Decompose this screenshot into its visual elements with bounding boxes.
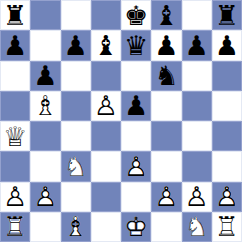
square-e2[interactable] xyxy=(121,182,151,212)
square-f5[interactable] xyxy=(151,91,181,121)
square-g5[interactable] xyxy=(182,91,212,121)
black-knight-icon: ♞ xyxy=(151,61,181,91)
square-f6[interactable]: ♞ xyxy=(151,61,181,91)
black-king-icon: ♚ xyxy=(121,0,151,30)
square-c2[interactable] xyxy=(61,182,91,212)
square-h4[interactable] xyxy=(212,121,242,151)
square-g8[interactable] xyxy=(182,0,212,30)
white-pawn-icon: ♟♙ xyxy=(182,182,212,212)
black-rook-icon: ♜ xyxy=(0,0,30,30)
square-f8[interactable]: ♝ xyxy=(151,0,181,30)
black-queen-icon: ♛ xyxy=(121,30,151,60)
white-knight-icon: ♞♘ xyxy=(182,212,212,242)
black-pawn-icon: ♟ xyxy=(0,30,30,60)
square-a5[interactable] xyxy=(0,91,30,121)
square-b5[interactable]: ♝♗ xyxy=(30,91,60,121)
white-pawn-icon: ♟♙ xyxy=(151,182,181,212)
square-f1[interactable] xyxy=(151,212,181,242)
square-h2[interactable]: ♟♙ xyxy=(212,182,242,212)
square-e6[interactable] xyxy=(121,61,151,91)
square-d2[interactable] xyxy=(91,182,121,212)
black-rook-icon: ♜ xyxy=(212,0,242,30)
white-bishop-icon: ♝♗ xyxy=(30,91,60,121)
square-a3[interactable] xyxy=(0,151,30,181)
square-c6[interactable] xyxy=(61,61,91,91)
square-c4[interactable] xyxy=(61,121,91,151)
square-g4[interactable] xyxy=(182,121,212,151)
square-e8[interactable]: ♚ xyxy=(121,0,151,30)
square-h5[interactable] xyxy=(212,91,242,121)
square-g6[interactable] xyxy=(182,61,212,91)
square-a7[interactable]: ♟ xyxy=(0,30,30,60)
square-b7[interactable] xyxy=(30,30,60,60)
black-bishop-icon: ♝ xyxy=(151,0,181,30)
square-a1[interactable]: ♜♖ xyxy=(0,212,30,242)
square-d8[interactable] xyxy=(91,0,121,30)
square-g7[interactable]: ♟ xyxy=(182,30,212,60)
square-f7[interactable]: ♟ xyxy=(151,30,181,60)
white-queen-icon: ♛♕ xyxy=(0,121,30,151)
square-f3[interactable] xyxy=(151,151,181,181)
square-e7[interactable]: ♛ xyxy=(121,30,151,60)
square-d3[interactable] xyxy=(91,151,121,181)
square-e4[interactable] xyxy=(121,121,151,151)
square-b1[interactable] xyxy=(30,212,60,242)
white-pawn-icon: ♟♙ xyxy=(91,91,121,121)
square-b8[interactable] xyxy=(30,0,60,30)
square-e5[interactable]: ♟ xyxy=(121,91,151,121)
white-knight-icon: ♞♘ xyxy=(61,151,91,181)
square-a6[interactable] xyxy=(0,61,30,91)
black-pawn-icon: ♟ xyxy=(151,30,181,60)
square-d1[interactable] xyxy=(91,212,121,242)
black-pawn-icon: ♟ xyxy=(182,30,212,60)
square-d7[interactable]: ♝ xyxy=(91,30,121,60)
black-pawn-icon: ♟ xyxy=(212,30,242,60)
square-d4[interactable] xyxy=(91,121,121,151)
white-pawn-icon: ♟♙ xyxy=(0,182,30,212)
square-g3[interactable] xyxy=(182,151,212,181)
square-d6[interactable] xyxy=(91,61,121,91)
black-pawn-icon: ♟ xyxy=(61,30,91,60)
square-a2[interactable]: ♟♙ xyxy=(0,182,30,212)
square-g1[interactable]: ♞♘ xyxy=(182,212,212,242)
black-pawn-icon: ♟ xyxy=(121,91,151,121)
square-g2[interactable]: ♟♙ xyxy=(182,182,212,212)
square-d5[interactable]: ♟♙ xyxy=(91,91,121,121)
white-rook-icon: ♜♖ xyxy=(212,212,242,242)
square-h3[interactable] xyxy=(212,151,242,181)
square-c8[interactable] xyxy=(61,0,91,30)
square-c3[interactable]: ♞♘ xyxy=(61,151,91,181)
square-b6[interactable]: ♟ xyxy=(30,61,60,91)
square-b3[interactable] xyxy=(30,151,60,181)
white-pawn-icon: ♟♙ xyxy=(212,182,242,212)
square-c5[interactable] xyxy=(61,91,91,121)
white-bishop-icon: ♝♗ xyxy=(61,212,91,242)
square-a8[interactable]: ♜ xyxy=(0,0,30,30)
square-c7[interactable]: ♟ xyxy=(61,30,91,60)
square-h6[interactable] xyxy=(212,61,242,91)
chess-board: ♜♚♝♜♟♟♝♛♟♟♟♟♞♝♗♟♙♟♛♕♞♘♟♙♟♙♟♙♟♙♟♙♟♙♜♖♝♗♚♔… xyxy=(0,0,242,242)
white-pawn-icon: ♟♙ xyxy=(30,182,60,212)
square-h8[interactable]: ♜ xyxy=(212,0,242,30)
square-f2[interactable]: ♟♙ xyxy=(151,182,181,212)
black-bishop-icon: ♝ xyxy=(91,30,121,60)
white-pawn-icon: ♟♙ xyxy=(121,151,151,181)
square-f4[interactable] xyxy=(151,121,181,151)
square-a4[interactable]: ♛♕ xyxy=(0,121,30,151)
square-e1[interactable]: ♚♔ xyxy=(121,212,151,242)
square-b4[interactable] xyxy=(30,121,60,151)
white-rook-icon: ♜♖ xyxy=(0,212,30,242)
black-pawn-icon: ♟ xyxy=(30,61,60,91)
square-b2[interactable]: ♟♙ xyxy=(30,182,60,212)
square-e3[interactable]: ♟♙ xyxy=(121,151,151,181)
square-h7[interactable]: ♟ xyxy=(212,30,242,60)
square-h1[interactable]: ♜♖ xyxy=(212,212,242,242)
square-c1[interactable]: ♝♗ xyxy=(61,212,91,242)
white-king-icon: ♚♔ xyxy=(121,212,151,242)
